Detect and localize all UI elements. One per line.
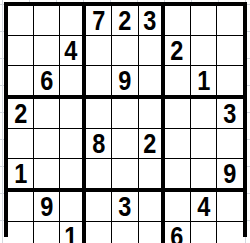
cell-digit: 6 — [40, 66, 53, 95]
sudoku-cell-r3c7[interactable] — [165, 66, 191, 99]
cell-digit: 8 — [92, 129, 105, 158]
cell-digit: 3 — [143, 6, 156, 35]
sudoku-cell-r2c4[interactable] — [86, 36, 112, 66]
sudoku-cell-r8c7[interactable]: 6 — [165, 222, 191, 243]
sudoku-cell-r2c1[interactable] — [8, 36, 34, 66]
sudoku-cell-r7c7[interactable] — [165, 192, 191, 222]
sudoku-cell-r5c1[interactable] — [8, 129, 34, 159]
cell-digit: 2 — [14, 99, 27, 128]
sudoku-cell-r2c3[interactable]: 4 — [60, 36, 86, 66]
sudoku-cell-r7c6[interactable] — [139, 192, 165, 222]
sudoku-cell-r3c3[interactable] — [60, 66, 86, 99]
sudoku-cell-r7c2[interactable]: 9 — [34, 192, 60, 222]
sudoku-cell-r1c1[interactable] — [8, 6, 34, 36]
cell-digit: 1 — [197, 66, 210, 95]
sudoku-cell-r2c6[interactable] — [139, 36, 165, 66]
sudoku-board: 7234269123821993416175 — [4, 2, 247, 237]
sudoku-cell-r5c3[interactable] — [60, 129, 86, 159]
sudoku-cell-r6c1[interactable]: 1 — [8, 159, 34, 192]
cell-digit: 7 — [92, 6, 105, 35]
sudoku-cell-r5c9[interactable] — [217, 129, 243, 159]
sudoku-cell-r3c9[interactable] — [217, 66, 243, 99]
sudoku-cell-r8c3[interactable]: 1 — [60, 222, 86, 243]
cell-digit: 1 — [14, 159, 27, 188]
sudoku-cell-r1c2[interactable] — [34, 6, 60, 36]
sudoku-cell-r4c5[interactable] — [112, 99, 138, 129]
cell-digit: 9 — [40, 192, 53, 221]
sudoku-cell-r5c5[interactable] — [112, 129, 138, 159]
sudoku-cell-r6c7[interactable] — [165, 159, 191, 192]
sudoku-cell-r1c9[interactable] — [217, 6, 243, 36]
sudoku-cell-r6c9[interactable]: 9 — [217, 159, 243, 192]
cell-digit: 2 — [118, 6, 131, 35]
sudoku-cell-r8c1[interactable] — [8, 222, 34, 243]
sudoku-cell-r6c3[interactable] — [60, 159, 86, 192]
cell-digit: 4 — [197, 192, 210, 221]
sudoku-cell-r3c5[interactable]: 9 — [112, 66, 138, 99]
sudoku-cell-r6c6[interactable] — [139, 159, 165, 192]
sudoku-cell-r4c1[interactable]: 2 — [8, 99, 34, 129]
sudoku-cell-r7c9[interactable] — [217, 192, 243, 222]
sudoku-cell-r8c9[interactable] — [217, 222, 243, 243]
cell-digit: 4 — [65, 36, 78, 65]
cell-digit: 9 — [223, 159, 236, 188]
sudoku-cell-r4c6[interactable] — [139, 99, 165, 129]
sudoku-cell-r4c9[interactable]: 3 — [217, 99, 243, 129]
sudoku-cell-r5c8[interactable] — [191, 129, 217, 159]
sudoku-cell-r4c8[interactable] — [191, 99, 217, 129]
sudoku-cell-r6c2[interactable] — [34, 159, 60, 192]
spreadsheet-background: 7234269123821993416175 — [0, 0, 250, 243]
sudoku-cell-r2c5[interactable] — [112, 36, 138, 66]
sudoku-cell-r8c8[interactable] — [191, 222, 217, 243]
sudoku-cell-r1c7[interactable] — [165, 6, 191, 36]
cell-digit: 3 — [223, 99, 236, 128]
sudoku-cell-r3c1[interactable] — [8, 66, 34, 99]
sudoku-cell-r1c6[interactable]: 3 — [139, 6, 165, 36]
sudoku-cell-r8c4[interactable] — [86, 222, 112, 243]
sudoku-cell-r6c8[interactable] — [191, 159, 217, 192]
sudoku-cell-r8c6[interactable] — [139, 222, 165, 243]
cell-digit: 3 — [118, 192, 131, 221]
cell-digit: 9 — [118, 66, 131, 95]
sudoku-cell-r8c5[interactable] — [112, 222, 138, 243]
sudoku-cell-r7c4[interactable] — [86, 192, 112, 222]
sudoku-cell-r7c8[interactable]: 4 — [191, 192, 217, 222]
sudoku-cell-r6c5[interactable] — [112, 159, 138, 192]
sudoku-cell-r2c8[interactable] — [191, 36, 217, 66]
sudoku-cell-r3c4[interactable] — [86, 66, 112, 99]
sudoku-cell-r7c3[interactable] — [60, 192, 86, 222]
sudoku-cell-r2c7[interactable]: 2 — [165, 36, 191, 66]
cell-digit: 6 — [171, 222, 184, 243]
sudoku-cell-r1c5[interactable]: 2 — [112, 6, 138, 36]
sudoku-cell-r4c7[interactable] — [165, 99, 191, 129]
sudoku-cell-r4c3[interactable] — [60, 99, 86, 129]
sudoku-cell-r8c2[interactable] — [34, 222, 60, 243]
sudoku-cell-r4c4[interactable] — [86, 99, 112, 129]
sudoku-cell-r6c4[interactable] — [86, 159, 112, 192]
sudoku-cell-r5c6[interactable]: 2 — [139, 129, 165, 159]
sudoku-cell-r5c4[interactable]: 8 — [86, 129, 112, 159]
sudoku-cell-r2c9[interactable] — [217, 36, 243, 66]
sudoku-cell-r2c2[interactable] — [34, 36, 60, 66]
cell-digit: 2 — [171, 36, 184, 65]
sudoku-cell-r3c8[interactable]: 1 — [191, 66, 217, 99]
sudoku-cell-r1c3[interactable] — [60, 6, 86, 36]
cell-digit: 1 — [65, 222, 78, 243]
sudoku-cell-r3c2[interactable]: 6 — [34, 66, 60, 99]
sudoku-cell-r7c1[interactable] — [8, 192, 34, 222]
sudoku-cell-r7c5[interactable]: 3 — [112, 192, 138, 222]
sudoku-cell-r4c2[interactable] — [34, 99, 60, 129]
cell-digit: 2 — [143, 129, 156, 158]
sudoku-cell-r3c6[interactable] — [139, 66, 165, 99]
sudoku-cell-r1c8[interactable] — [191, 6, 217, 36]
sudoku-cell-r5c7[interactable] — [165, 129, 191, 159]
sudoku-cell-r1c4[interactable]: 7 — [86, 6, 112, 36]
sudoku-cell-r5c2[interactable] — [34, 129, 60, 159]
